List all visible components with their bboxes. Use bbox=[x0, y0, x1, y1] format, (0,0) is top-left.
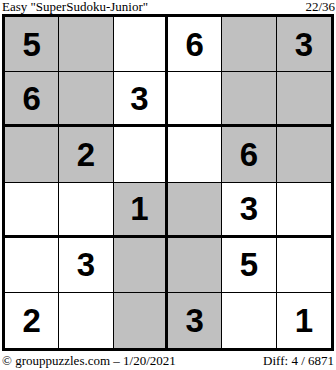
empty-cell-r1c5[interactable] bbox=[222, 17, 276, 72]
given-cell-r6c4: 3 bbox=[168, 293, 222, 348]
footer: © grouppuzzles.com – 1/20/2021 Diff: 4 /… bbox=[0, 354, 336, 368]
given-cell-r2c3: 3 bbox=[114, 72, 168, 127]
given-cell-r3c5: 6 bbox=[222, 127, 276, 182]
empty-cell-r6c5[interactable] bbox=[222, 293, 276, 348]
empty-cell-r2c2[interactable] bbox=[59, 72, 113, 127]
empty-cell-r5c6[interactable] bbox=[277, 238, 331, 293]
puzzle-title: Easy "SuperSudoku-Junior" bbox=[0, 0, 148, 13]
empty-cell-r2c6[interactable] bbox=[277, 72, 331, 127]
empty-cell-r4c4[interactable] bbox=[168, 183, 222, 238]
given-cell-r2c1: 6 bbox=[5, 72, 59, 127]
given-cell-r6c6: 1 bbox=[277, 293, 331, 348]
empty-cell-r6c2[interactable] bbox=[59, 293, 113, 348]
empty-cell-r2c5[interactable] bbox=[222, 72, 276, 127]
empty-cell-r3c4[interactable] bbox=[168, 127, 222, 182]
empty-cell-r5c3[interactable] bbox=[114, 238, 168, 293]
given-cell-r5c5: 5 bbox=[222, 238, 276, 293]
empty-cell-r3c3[interactable] bbox=[114, 127, 168, 182]
difficulty-text: Diff: 4 / 6871 bbox=[263, 354, 336, 368]
empty-cell-r4c6[interactable] bbox=[277, 183, 331, 238]
given-cell-r4c3: 1 bbox=[114, 183, 168, 238]
copyright-text: © grouppuzzles.com – 1/20/2021 bbox=[0, 354, 176, 368]
progress-counter: 22/36 bbox=[305, 0, 336, 13]
empty-cell-r4c2[interactable] bbox=[59, 183, 113, 238]
given-cell-r6c1: 2 bbox=[5, 293, 59, 348]
puzzle-page: Easy "SuperSudoku-Junior" 22/36 56363261… bbox=[0, 0, 336, 370]
empty-cell-r6c3[interactable] bbox=[114, 293, 168, 348]
given-cell-r1c1: 5 bbox=[5, 17, 59, 72]
empty-cell-r3c6[interactable] bbox=[277, 127, 331, 182]
empty-cell-r1c2[interactable] bbox=[59, 17, 113, 72]
given-cell-r4c5: 3 bbox=[222, 183, 276, 238]
empty-cell-r2c4[interactable] bbox=[168, 72, 222, 127]
header: Easy "SuperSudoku-Junior" 22/36 bbox=[0, 0, 336, 14]
empty-cell-r3c1[interactable] bbox=[5, 127, 59, 182]
given-cell-r1c4: 6 bbox=[168, 17, 222, 72]
given-cell-r5c2: 3 bbox=[59, 238, 113, 293]
given-cell-r1c6: 3 bbox=[277, 17, 331, 72]
given-cell-r3c2: 2 bbox=[59, 127, 113, 182]
empty-cell-r5c1[interactable] bbox=[5, 238, 59, 293]
empty-cell-r5c4[interactable] bbox=[168, 238, 222, 293]
empty-cell-r1c3[interactable] bbox=[114, 17, 168, 72]
empty-cell-r4c1[interactable] bbox=[5, 183, 59, 238]
sudoku-board: 56363261335231 bbox=[2, 14, 334, 351]
